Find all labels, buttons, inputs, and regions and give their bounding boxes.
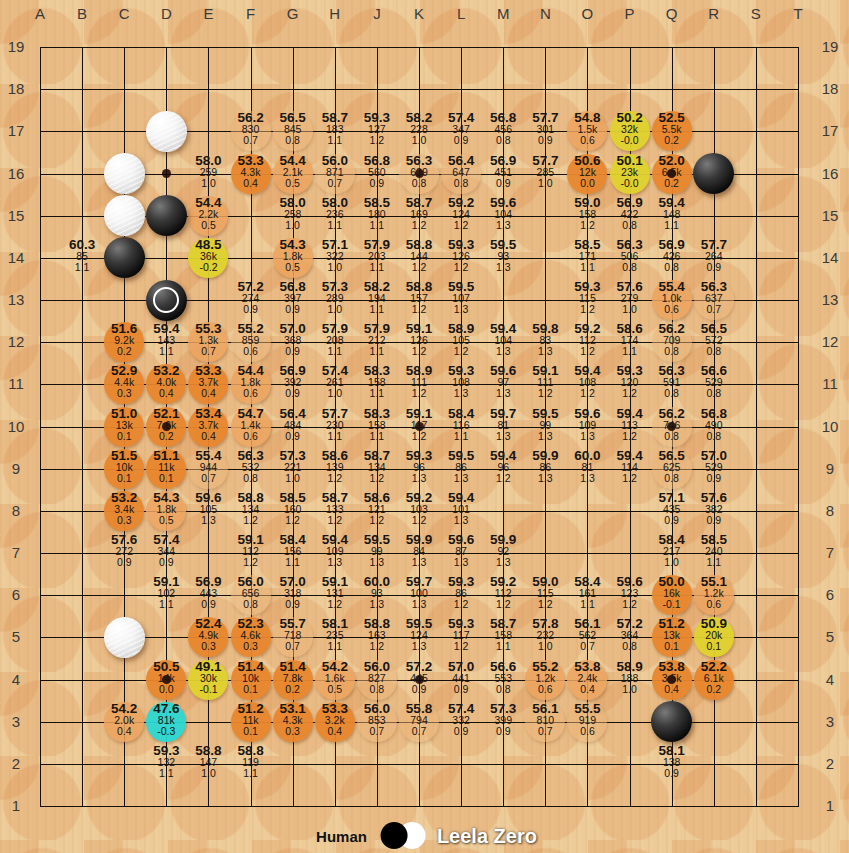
winrate-value: 57.7 xyxy=(682,238,746,251)
candidate-move-stats[interactable]: 59.61041.3 xyxy=(471,196,535,231)
coordinate-label-right: 12 xyxy=(816,333,844,351)
visits-value: 148 xyxy=(640,209,704,220)
score-lead-value: 0.2 xyxy=(682,684,746,695)
winrate-value: 55.5 xyxy=(555,702,619,715)
coordinate-label-left: 8 xyxy=(2,502,30,520)
coordinate-label-top: H xyxy=(323,5,347,23)
coordinate-label-left: 14 xyxy=(2,249,30,267)
candidate-move-stats[interactable]: 52.55.5k0.2 xyxy=(640,111,704,146)
coordinate-label-top: E xyxy=(196,5,220,23)
coordinate-label-right: 4 xyxy=(816,671,844,689)
score-lead-value: 1.1 xyxy=(682,557,746,568)
coordinate-label-right: 16 xyxy=(816,165,844,183)
coordinate-label-top: P xyxy=(618,5,642,23)
coordinate-label-top: K xyxy=(407,5,431,23)
candidate-move-stats[interactable]: 52.26.1k0.2 xyxy=(682,660,746,695)
visits-value: 529 xyxy=(682,462,746,473)
score-lead-value: 0.6 xyxy=(682,599,746,610)
go-board[interactable]: ABCDEFGHJKLMNOPQRST191918181717161615151… xyxy=(0,0,849,853)
score-lead-value: 0.8 xyxy=(682,388,746,399)
score-lead-value: 1.3 xyxy=(471,220,535,231)
candidate-move-stats[interactable]: 57.72640.9 xyxy=(682,238,746,273)
winrate-value: 48.5 xyxy=(176,238,240,251)
candidate-move-stats[interactable]: 48.536k-0.2 xyxy=(176,238,240,273)
winrate-value: 54.4 xyxy=(176,196,240,209)
candidate-move-stats[interactable]: 47.681k-0.3 xyxy=(134,702,198,737)
winrate-value: 58.1 xyxy=(640,744,704,757)
black-stone[interactable] xyxy=(693,153,734,194)
coordinate-label-left: 11 xyxy=(2,375,30,393)
candidate-move-stats[interactable]: 56.36370.7 xyxy=(682,280,746,315)
board-grid-hline xyxy=(40,806,799,807)
black-stone[interactable] xyxy=(651,701,692,742)
coordinate-label-right: 2 xyxy=(816,755,844,773)
white-stone[interactable] xyxy=(104,195,145,236)
coordinate-label-left: 3 xyxy=(2,713,30,731)
winrate-value: 47.6 xyxy=(134,702,198,715)
score-lead-value: 0.8 xyxy=(682,346,746,357)
black-stone[interactable] xyxy=(104,237,145,278)
coordinate-label-left: 1 xyxy=(2,797,30,815)
candidate-move-stats[interactable]: 59.9921.3 xyxy=(471,533,535,568)
coordinate-label-left: 15 xyxy=(2,207,30,225)
candidate-move-stats[interactable]: 59.5931.3 xyxy=(471,238,535,273)
score-lead-value: 0.2 xyxy=(640,135,704,146)
candidate-move-stats[interactable]: 58.11380.9 xyxy=(640,744,704,779)
candidate-move-stats[interactable]: 56.55720.8 xyxy=(682,322,746,357)
winrate-value: 57.6 xyxy=(682,491,746,504)
board-grid-vline xyxy=(798,47,799,807)
score-lead-value: -0.2 xyxy=(176,262,240,273)
black-white-stones-icon xyxy=(381,822,427,850)
coordinate-label-left: 7 xyxy=(2,544,30,562)
candidate-move-stats[interactable]: 58.81191.1 xyxy=(219,744,283,779)
coordinate-label-top: R xyxy=(702,5,726,23)
go-board-screen: ABCDEFGHJKLMNOPQRST191918181717161615151… xyxy=(0,0,849,853)
visits-value: 104 xyxy=(471,209,535,220)
coordinate-label-top: C xyxy=(112,5,136,23)
winrate-value: 59.5 xyxy=(471,238,535,251)
coordinate-label-left: 16 xyxy=(2,165,30,183)
coordinate-label-top: T xyxy=(786,5,810,23)
coordinate-label-right: 19 xyxy=(816,38,844,56)
black-player-label: Human xyxy=(316,828,367,845)
coordinate-label-top: D xyxy=(154,5,178,23)
coordinate-label-right: 14 xyxy=(816,249,844,267)
candidate-move-stats[interactable]: 57.43440.9 xyxy=(134,533,198,568)
coordinate-label-left: 19 xyxy=(2,38,30,56)
coordinate-label-left: 6 xyxy=(2,586,30,604)
white-player-label: Leela Zero xyxy=(437,825,537,848)
score-lead-value: 1.3 xyxy=(471,262,535,273)
visits-value: 81k xyxy=(134,715,198,726)
candidate-move-stats[interactable]: 57.63820.9 xyxy=(682,491,746,526)
winrate-value: 59.4 xyxy=(640,196,704,209)
player-bar: Human Leela Zero xyxy=(427,822,648,850)
score-lead-value: 1.1 xyxy=(219,768,283,779)
winrate-value: 56.8 xyxy=(682,407,746,420)
score-lead-value: 0.1 xyxy=(682,641,746,652)
coordinate-label-right: 3 xyxy=(816,713,844,731)
white-stone[interactable] xyxy=(104,617,145,658)
last-move-marker xyxy=(153,287,179,313)
candidate-move-stats[interactable]: 55.11.2k0.6 xyxy=(682,575,746,610)
candidate-move-stats[interactable]: 55.59190.6 xyxy=(555,702,619,737)
board-grid-vline xyxy=(756,47,757,807)
coordinate-label-left: 9 xyxy=(2,460,30,478)
coordinate-label-right: 10 xyxy=(816,418,844,436)
candidate-move-stats[interactable]: 56.65290.8 xyxy=(682,364,746,399)
score-lead-value: 1.3 xyxy=(429,515,493,526)
coordinate-label-top: L xyxy=(449,5,473,23)
visits-value: 6.1k xyxy=(682,673,746,684)
winrate-value: 59.4 xyxy=(429,491,493,504)
coordinate-label-right: 6 xyxy=(816,586,844,604)
coordinate-label-top: Q xyxy=(660,5,684,23)
score-lead-value: 1.1 xyxy=(640,220,704,231)
candidate-move-stats[interactable]: 50.920k0.1 xyxy=(682,617,746,652)
winrate-value: 57.0 xyxy=(682,449,746,462)
score-lead-value: 0.7 xyxy=(682,304,746,315)
coordinate-label-right: 9 xyxy=(816,460,844,478)
coordinate-label-top: J xyxy=(365,5,389,23)
white-stone[interactable] xyxy=(146,111,187,152)
coordinate-label-right: 8 xyxy=(816,502,844,520)
coordinate-label-left: 17 xyxy=(2,122,30,140)
coordinate-label-left: 2 xyxy=(2,755,30,773)
score-lead-value: 1.3 xyxy=(429,304,493,315)
coordinate-label-top: O xyxy=(575,5,599,23)
coordinate-label-top: G xyxy=(281,5,305,23)
coordinate-label-top: A xyxy=(28,5,52,23)
coordinate-label-top: B xyxy=(70,5,94,23)
score-lead-value: -0.3 xyxy=(134,726,198,737)
coordinate-label-top: M xyxy=(491,5,515,23)
coordinate-label-right: 1 xyxy=(816,797,844,815)
coordinate-label-right: 15 xyxy=(816,207,844,225)
score-lead-value: 0.9 xyxy=(682,262,746,273)
score-lead-value: 0.8 xyxy=(682,431,746,442)
coordinate-label-left: 18 xyxy=(2,80,30,98)
candidate-move-stats[interactable]: 58.52401.1 xyxy=(682,533,746,568)
coordinate-label-top: F xyxy=(239,5,263,23)
coordinate-label-left: 12 xyxy=(2,333,30,351)
coordinate-label-top: S xyxy=(744,5,768,23)
score-lead-value: 1.3 xyxy=(471,557,535,568)
visits-value: 919 xyxy=(555,715,619,726)
candidate-move-stats[interactable]: 59.41481.1 xyxy=(640,196,704,231)
coordinate-label-right: 7 xyxy=(816,544,844,562)
winrate-value: 59.6 xyxy=(471,196,535,209)
coordinate-label-top: N xyxy=(533,5,557,23)
score-lead-value: 0.9 xyxy=(682,473,746,484)
winrate-value: 58.8 xyxy=(219,744,283,757)
coordinate-label-left: 4 xyxy=(2,671,30,689)
coordinate-label-left: 5 xyxy=(2,628,30,646)
score-lead-value: 0.9 xyxy=(682,515,746,526)
candidate-move-stats[interactable]: 56.84900.8 xyxy=(682,407,746,442)
black-stone[interactable] xyxy=(146,195,187,236)
coordinate-label-right: 13 xyxy=(816,291,844,309)
candidate-move-stats[interactable]: 59.41011.3 xyxy=(429,491,493,526)
coordinate-label-right: 5 xyxy=(816,628,844,646)
visits-value: 490 xyxy=(682,420,746,431)
star-point xyxy=(162,169,171,178)
coordinate-label-left: 13 xyxy=(2,291,30,309)
score-lead-value: 0.9 xyxy=(134,557,198,568)
score-lead-value: 0.6 xyxy=(555,726,619,737)
coordinate-label-right: 11 xyxy=(816,375,844,393)
winrate-value: 52.2 xyxy=(682,660,746,673)
candidate-move-stats[interactable]: 59.51071.3 xyxy=(429,280,493,315)
white-stone[interactable] xyxy=(104,153,145,194)
coordinate-label-right: 17 xyxy=(816,122,844,140)
coordinate-label-left: 10 xyxy=(2,418,30,436)
score-lead-value: 0.9 xyxy=(640,768,704,779)
black-stone-icon xyxy=(381,822,408,849)
coordinate-label-right: 18 xyxy=(816,80,844,98)
candidate-move-stats[interactable]: 57.05290.9 xyxy=(682,449,746,484)
